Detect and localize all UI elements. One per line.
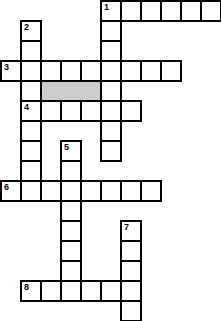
- cell-r0c9[interactable]: [180, 0, 202, 22]
- cell-r13c3[interactable]: [60, 260, 82, 282]
- cell-r2c5[interactable]: [100, 40, 122, 62]
- cell-r9c2[interactable]: [40, 180, 62, 202]
- cell-r11c6[interactable]: 7: [120, 220, 142, 242]
- cell-r0c8[interactable]: [160, 0, 182, 22]
- cell-r11c3[interactable]: [60, 220, 82, 242]
- cell-r3c1[interactable]: [20, 60, 42, 82]
- clue-number-4: 4: [24, 103, 29, 112]
- cell-r15c6[interactable]: [120, 300, 142, 321]
- cell-r14c1[interactable]: 8: [20, 280, 42, 302]
- cell-r7c3[interactable]: 5: [60, 140, 82, 162]
- cell-r3c8[interactable]: [160, 60, 182, 82]
- clue-number-6: 6: [4, 183, 9, 192]
- cell-r7c5[interactable]: [100, 140, 122, 162]
- cell-r5c1[interactable]: 4: [20, 100, 42, 122]
- cell-r9c4[interactable]: [80, 180, 102, 202]
- cell-r3c4[interactable]: [80, 60, 102, 82]
- clue-number-3: 3: [4, 63, 9, 72]
- crossword-board: 12345678: [0, 0, 221, 321]
- cell-r0c5[interactable]: 1: [100, 0, 122, 22]
- cell-r9c1[interactable]: [20, 180, 42, 202]
- cell-r6c1[interactable]: [20, 120, 42, 142]
- cell-r0c10[interactable]: [200, 0, 221, 22]
- cell-r9c7[interactable]: [140, 180, 162, 202]
- cell-r13c6[interactable]: [120, 260, 142, 282]
- cell-r2c1[interactable]: [20, 40, 42, 62]
- cell-r3c6[interactable]: [120, 60, 142, 82]
- cell-r12c3[interactable]: [60, 240, 82, 262]
- cell-r3c0[interactable]: 3: [0, 60, 22, 82]
- cell-r5c3[interactable]: [60, 100, 82, 122]
- cell-r14c4[interactable]: [80, 280, 102, 302]
- clue-number-8: 8: [24, 283, 29, 292]
- shaded-cells-r4c2[interactable]: [40, 80, 102, 102]
- clue-number-7: 7: [124, 223, 129, 232]
- clue-number-1: 1: [104, 3, 109, 12]
- cell-r12c6[interactable]: [120, 240, 142, 262]
- cell-r5c6[interactable]: [120, 100, 142, 122]
- cell-r14c3[interactable]: [60, 280, 82, 302]
- cell-r7c1[interactable]: [20, 140, 42, 162]
- cell-r14c5[interactable]: [100, 280, 122, 302]
- cell-r1c1[interactable]: 2: [20, 20, 42, 42]
- cell-r8c1[interactable]: [20, 160, 42, 182]
- clue-number-2: 2: [24, 23, 29, 32]
- cell-r9c5[interactable]: [100, 180, 122, 202]
- cell-r3c7[interactable]: [140, 60, 162, 82]
- cell-r3c5[interactable]: [100, 60, 122, 82]
- cell-r4c1[interactable]: [20, 80, 42, 102]
- cell-r9c0[interactable]: 6: [0, 180, 22, 202]
- cell-r3c3[interactable]: [60, 60, 82, 82]
- cell-r9c6[interactable]: [120, 180, 142, 202]
- cell-r0c6[interactable]: [120, 0, 142, 22]
- cell-r0c7[interactable]: [140, 0, 162, 22]
- cell-r5c4[interactable]: [80, 100, 102, 122]
- cell-r8c3[interactable]: [60, 160, 82, 182]
- cell-r6c5[interactable]: [100, 120, 122, 142]
- cell-r4c5[interactable]: [100, 80, 122, 102]
- clue-number-5: 5: [64, 143, 69, 152]
- cell-r14c6[interactable]: [120, 280, 142, 302]
- cell-r14c2[interactable]: [40, 280, 62, 302]
- cell-r3c2[interactable]: [40, 60, 62, 82]
- cell-r9c3[interactable]: [60, 180, 82, 202]
- cell-r10c3[interactable]: [60, 200, 82, 222]
- cell-r5c5[interactable]: [100, 100, 122, 122]
- cell-r5c2[interactable]: [40, 100, 62, 122]
- cell-r1c5[interactable]: [100, 20, 122, 42]
